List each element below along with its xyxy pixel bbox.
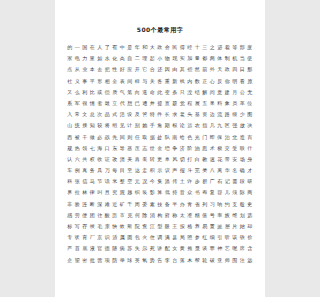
grid-cell: 集 [156, 176, 164, 187]
grid-cell: 德 [104, 243, 112, 254]
grid-cell: 住 [149, 232, 157, 243]
grid-cell: 教 [201, 154, 209, 165]
grid-cell: 织 [134, 187, 142, 198]
grid-cell: 办 [179, 199, 187, 210]
grid-cell: 美 [126, 154, 134, 165]
grid-cell: 路 [224, 109, 232, 120]
grid-cell: 名 [231, 165, 239, 176]
grid-cell: 约 [224, 199, 232, 210]
grid-cell: 东 [111, 143, 119, 154]
grid-cell: 前 [201, 64, 209, 75]
grid-cell: 矿 [119, 199, 127, 210]
grid-cell: 车 [66, 165, 74, 176]
grid-cell: 王 [171, 221, 179, 232]
grid-cell: 反 [216, 76, 224, 87]
grid-cell: 强 [231, 120, 239, 131]
grid-cell: 便 [81, 210, 89, 221]
grid-cell: 意 [216, 87, 224, 98]
grid-cell: 现 [171, 53, 179, 64]
grid-cell: 铁 [239, 232, 247, 243]
grid-cell: 呢 [231, 243, 239, 254]
grid-cell: 每 [111, 165, 119, 176]
grid-cell: 比 [89, 87, 97, 98]
grid-cell: 广 [209, 176, 217, 187]
grid-cell: 变 [164, 87, 172, 98]
grid-cell: 围 [231, 255, 239, 266]
grid-cell: 价 [246, 232, 254, 243]
grid-cell: 型 [156, 221, 164, 232]
grid-cell: 据 [149, 132, 157, 143]
grid-cell: 里 [89, 53, 97, 64]
grid-cell: 应 [126, 64, 134, 75]
grid-cell: 口 [104, 143, 112, 154]
grid-cell: 率 [216, 210, 224, 221]
grid-cell: 民 [171, 42, 179, 53]
grid-cell: 最 [104, 98, 112, 109]
grid-cell: 制 [224, 53, 232, 64]
grid-cell: 进 [216, 42, 224, 53]
grid-cell: 球 [126, 255, 134, 266]
grid-cell: 济 [179, 143, 187, 154]
grid-cell: 育 [81, 232, 89, 243]
grid-cell: 台 [171, 255, 179, 266]
grid-cell: 局 [179, 232, 187, 243]
grid-cell: 病 [119, 243, 127, 254]
grid-cell: 团 [89, 210, 97, 221]
grid-cell: 类 [201, 165, 209, 176]
grid-cell: 随 [111, 243, 119, 254]
grid-cell: 层 [224, 221, 232, 232]
grid-cell: 信 [81, 176, 89, 187]
grid-cell: 求 [171, 109, 179, 120]
grid-cell: 再 [134, 154, 142, 165]
grid-cell: 影 [149, 187, 157, 198]
grid-cell: 社 [66, 76, 74, 87]
grid-cell: 族 [224, 210, 232, 221]
grid-cell: 罪 [209, 243, 217, 254]
grid-cell: 然 [194, 64, 202, 75]
grid-cell: 开 [134, 64, 142, 75]
grid-cell: 标 [66, 221, 74, 232]
grid-cell: 包 [134, 232, 142, 243]
grid-cell: 感 [66, 210, 74, 221]
grid-cell: 显 [194, 243, 202, 254]
grid-cell: 式 [111, 109, 119, 120]
grid-cell: 山 [66, 120, 74, 131]
grid-cell: 持 [171, 187, 179, 198]
grid-cell: 科 [66, 176, 74, 187]
grid-cell: 件 [156, 109, 164, 120]
grid-cell: 革 [239, 98, 247, 109]
grid-cell: 离 [216, 165, 224, 176]
grid-cell: 叫 [96, 187, 104, 198]
grid-cell: 务 [89, 165, 97, 176]
grid-cell: 千 [126, 199, 134, 210]
grid-cell: 具 [96, 165, 104, 176]
grid-cell: 劳 [74, 210, 82, 221]
grid-cell: 政 [156, 42, 164, 53]
grid-cell: 县 [171, 232, 179, 243]
grid-cell: 证 [104, 154, 112, 165]
grid-cell: 该 [231, 232, 239, 243]
grid-cell: 京 [96, 232, 104, 243]
grid-cell: 做 [89, 132, 97, 143]
grid-cell: 注 [239, 255, 247, 266]
grid-cell: 太 [179, 210, 187, 221]
grid-cell: 那 [246, 64, 254, 75]
grid-cell: 月 [231, 87, 239, 98]
grid-cell: 白 [194, 154, 202, 165]
grid-cell: 席 [239, 243, 247, 254]
grid-cell: 构 [156, 210, 164, 221]
grid-cell: 配 [164, 243, 172, 254]
grid-cell: 品 [104, 109, 112, 120]
grid-cell: 步 [194, 176, 202, 187]
grid-cell: 深 [96, 199, 104, 210]
grid-cell: 增 [164, 143, 172, 154]
grid-cell: 治 [224, 132, 232, 143]
grid-cell: 准 [186, 210, 194, 221]
grid-cell: 党 [179, 98, 187, 109]
grid-cell: 气 [119, 87, 127, 98]
grid-cell: 段 [239, 176, 247, 187]
grid-cell: 院 [134, 221, 142, 232]
grid-cell: 命 [149, 87, 157, 98]
grid-cell: 重 [164, 76, 172, 87]
page: 500个最常用字 的一国在人了有中是年和大政会民得经十三之进着等部度家电力里如水… [55, 0, 265, 297]
grid-cell: 向 [134, 87, 142, 98]
grid-cell: 导 [119, 143, 127, 154]
grid-cell: 商 [246, 187, 254, 198]
grid-cell: 布 [201, 187, 209, 198]
grid-cell: 儿 [224, 187, 232, 198]
grid-cell: 底 [81, 243, 89, 254]
grid-cell: 易 [201, 221, 209, 232]
grid-cell: 其 [179, 64, 187, 75]
grid-cell: 经 [186, 42, 194, 53]
grid-cell: 化 [111, 53, 119, 64]
grid-cell: 去 [96, 64, 104, 75]
grid-cell: 资 [201, 109, 209, 120]
grid-cell: 苏 [126, 243, 134, 254]
grid-cell: 验 [74, 199, 82, 210]
grid-cell: 目 [119, 165, 127, 176]
grid-cell: 精 [194, 210, 202, 221]
grid-cell: 军 [74, 98, 82, 109]
grid-cell: 难 [104, 199, 112, 210]
grid-cell: 会 [164, 42, 172, 53]
grid-cell: 值 [201, 210, 209, 221]
grid-cell: 斗 [186, 165, 194, 176]
grid-cell: 造 [239, 132, 247, 143]
grid-cell: 八 [209, 165, 217, 176]
grid-cell: 色 [186, 132, 194, 143]
character-grid: 的一国在人了有中是年和大政会民得经十三之进着等部度家电力里如水化高自二理起小物现… [66, 42, 254, 266]
grid-cell: 农 [194, 120, 202, 131]
grid-cell: 见 [119, 120, 127, 131]
grid-cell: 指 [201, 120, 209, 131]
grid-cell: 记 [224, 176, 232, 187]
grid-cell: 北 [231, 132, 239, 143]
grid-cell: 石 [216, 176, 224, 187]
grid-cell: 事 [81, 76, 89, 87]
grid-cell: 厂 [89, 232, 97, 243]
grid-cell: 际 [239, 187, 247, 198]
grid-cell: 些 [186, 64, 194, 75]
grid-cell: 接 [81, 120, 89, 131]
grid-cell: 者 [96, 98, 104, 109]
grid-cell: 场 [239, 154, 247, 165]
grid-cell: 看 [239, 76, 247, 87]
grid-cell: 力 [81, 53, 89, 64]
grid-cell: 论 [179, 120, 187, 131]
grid-cell: 木 [186, 255, 194, 266]
grid-cell: 存 [81, 221, 89, 232]
grid-cell: 克 [126, 210, 134, 221]
grid-cell: 话 [104, 176, 112, 187]
grid-cell: 除 [141, 210, 149, 221]
grid-cell: 正 [201, 76, 209, 87]
grid-cell: 特 [149, 109, 157, 120]
grid-cell: 传 [171, 176, 179, 187]
grid-cell: 很 [81, 98, 89, 109]
grid-cell: 么 [74, 87, 82, 98]
grid-cell: 心 [209, 76, 217, 87]
grid-cell: 政 [224, 64, 232, 75]
grid-cell: 技 [156, 199, 164, 210]
grid-cell: 告 [156, 255, 164, 266]
grid-cell: 压 [134, 143, 142, 154]
grid-cell: 物 [164, 53, 172, 64]
grid-cell: 氧 [141, 255, 149, 266]
grid-cell: 必 [96, 132, 104, 143]
grid-cell: 整 [119, 176, 127, 187]
grid-cell: 使 [246, 53, 254, 64]
grid-cell: 一 [74, 42, 82, 53]
grid-cell: 亲 [104, 221, 112, 232]
grid-cell: 着 [224, 42, 232, 53]
grid-cell: 华 [224, 165, 232, 176]
grid-cell: 相 [104, 76, 112, 87]
grid-cell: 三 [201, 42, 209, 53]
grid-cell: 她 [141, 120, 149, 131]
grid-cell: 组 [111, 120, 119, 131]
grid-cell: 帮 [194, 255, 202, 266]
grid-cell: 谈 [201, 243, 209, 254]
grid-cell: 想 [126, 98, 134, 109]
grid-cell: 拉 [74, 187, 82, 198]
grid-cell: 已 [134, 98, 142, 109]
grid-cell: 全 [111, 76, 119, 87]
grid-cell: 数 [194, 76, 202, 87]
grid-cell: 入 [66, 109, 74, 120]
grid-cell: 原 [246, 76, 254, 87]
grid-cell: 属 [119, 232, 127, 243]
grid-cell: 因 [164, 64, 172, 75]
grid-cell: 手 [149, 120, 157, 131]
grid-cell: 大 [149, 42, 157, 53]
grid-cell: 几 [209, 120, 217, 131]
grid-cell: 队 [164, 132, 172, 143]
grid-cell: 酸 [104, 210, 112, 221]
grid-cell: 中 [119, 42, 127, 53]
grid-cell: 近 [111, 199, 119, 210]
grid-cell: 称 [171, 210, 179, 221]
grid-cell: 世 [149, 143, 157, 154]
grid-cell: 性 [111, 64, 119, 75]
grid-cell: 土 [179, 176, 187, 187]
grid-cell: 完 [194, 165, 202, 176]
grid-cell: 元 [134, 176, 142, 187]
grid-cell: 受 [231, 143, 239, 154]
grid-cell: 官 [96, 243, 104, 254]
grid-cell: 但 [104, 87, 112, 98]
grid-cell: 量 [194, 53, 202, 64]
grid-cell: 将 [104, 120, 112, 131]
grid-cell: 即 [209, 132, 217, 143]
grid-cell: 今 [149, 176, 157, 187]
page-title: 500个最常用字 [55, 0, 265, 34]
grid-cell: 五 [201, 98, 209, 109]
grid-cell: 火 [141, 232, 149, 243]
grid-cell: 细 [209, 232, 217, 243]
grid-cell: 次 [96, 109, 104, 120]
grid-cell: 高 [119, 53, 127, 64]
grid-cell: 西 [66, 132, 74, 143]
grid-cell: 保 [216, 132, 224, 143]
grid-cell: 省 [194, 199, 202, 210]
grid-cell: 间 [126, 76, 134, 87]
grid-cell: 从 [74, 64, 82, 75]
grid-cell: 容 [216, 187, 224, 198]
grid-cell: 二 [134, 53, 142, 64]
grid-cell: 和 [141, 42, 149, 53]
grid-cell: 研 [246, 176, 254, 187]
grid-cell: 道 [141, 87, 149, 98]
grid-cell: 权 [89, 154, 97, 165]
grid-cell: 它 [141, 64, 149, 75]
grid-cell: 报 [179, 165, 187, 176]
grid-cell: 级 [231, 109, 239, 120]
grid-cell: 回 [119, 132, 127, 143]
grid-cell: 号 [209, 210, 217, 221]
grid-cell: 林 [81, 187, 89, 198]
grid-cell: 了 [104, 42, 112, 53]
grid-cell: 之 [209, 42, 217, 53]
grid-cell: 员 [231, 98, 239, 109]
grid-cell: 点 [66, 64, 74, 75]
grid-cell: 尔 [141, 243, 149, 254]
grid-cell: 消 [149, 210, 157, 221]
grid-cell: 阶 [186, 143, 194, 154]
grid-cell: 外 [209, 64, 217, 75]
grid-cell: 许 [186, 176, 194, 187]
grid-cell: 本 [89, 64, 97, 75]
grid-cell: 的 [66, 42, 74, 53]
grid-cell: 系 [66, 98, 74, 109]
grid-cell: 往 [96, 210, 104, 221]
grid-cell: 文 [81, 109, 89, 120]
grid-cell: 历 [111, 210, 119, 221]
grid-cell: 什 [246, 143, 254, 154]
grid-cell: 第 [126, 87, 134, 98]
grid-cell: 黄 [179, 243, 187, 254]
grid-cell: 取 [141, 132, 149, 143]
grid-cell: 马 [89, 176, 97, 187]
grid-cell: 统 [74, 120, 82, 131]
grid-cell: 日 [239, 64, 247, 75]
grid-cell: 七 [89, 143, 97, 154]
grid-cell: 快 [111, 221, 119, 232]
grid-cell: 况 [141, 176, 149, 187]
grid-cell: 百 [246, 132, 254, 143]
grid-cell: 支 [231, 199, 239, 210]
grid-cell: 海 [96, 143, 104, 154]
grid-cell: 参 [194, 232, 202, 243]
grid-cell: 女 [171, 243, 179, 254]
grid-cell: 关 [149, 76, 157, 87]
grid-cell: 确 [239, 165, 247, 176]
grid-cell: 圆 [126, 232, 134, 243]
grid-cell: 满 [164, 232, 172, 243]
grid-cell: 内 [186, 76, 194, 87]
grid-cell: 低 [164, 187, 172, 198]
grid-cell: 连 [81, 199, 89, 210]
grid-cell: 新 [171, 76, 179, 87]
grid-cell: 企 [66, 255, 74, 266]
grid-cell: 失 [134, 243, 142, 254]
grid-cell: 在 [89, 42, 97, 53]
grid-cell: 习 [209, 199, 217, 210]
grid-cell: 斯 [126, 221, 134, 232]
grid-cell: 断 [89, 199, 97, 210]
grid-cell: 节 [96, 176, 104, 187]
grid-cell: 更 [156, 154, 164, 165]
grid-cell: 平 [89, 76, 97, 87]
grid-cell: 机 [231, 53, 239, 64]
grid-cell: 议 [164, 165, 172, 176]
grid-cell: 置 [209, 221, 217, 232]
grid-cell: 声 [171, 165, 179, 176]
grid-cell: 万 [104, 165, 112, 176]
grid-cell: 运 [186, 120, 194, 131]
grid-cell: 题 [171, 98, 179, 109]
grid-cell: 李 [164, 255, 172, 266]
grid-cell: 响 [216, 199, 224, 210]
grid-cell: 领 [81, 143, 89, 154]
grid-cell: 群 [201, 176, 209, 187]
grid-cell: 人 [96, 42, 104, 53]
grid-cell: 得 [179, 42, 187, 53]
grid-cell: 度 [246, 42, 254, 53]
grid-cell: 四 [231, 64, 239, 75]
grid-cell: 列 [201, 199, 209, 210]
grid-cell: 首 [74, 243, 82, 254]
grid-cell: 知 [89, 120, 97, 131]
grid-cell: 派 [216, 221, 224, 232]
grid-cell: 明 [231, 76, 239, 87]
grid-cell: 及 [134, 109, 142, 120]
grid-cell: 由 [171, 64, 179, 75]
grid-cell: 张 [74, 176, 82, 187]
grid-cell: 头 [186, 109, 194, 120]
grid-cell: 放 [239, 120, 247, 131]
grid-cell: 展 [194, 98, 202, 109]
grid-cell: 战 [104, 132, 112, 143]
grid-cell: 音 [179, 187, 187, 198]
grid-cell: 液 [89, 243, 97, 254]
grid-cell: 复 [209, 187, 217, 198]
